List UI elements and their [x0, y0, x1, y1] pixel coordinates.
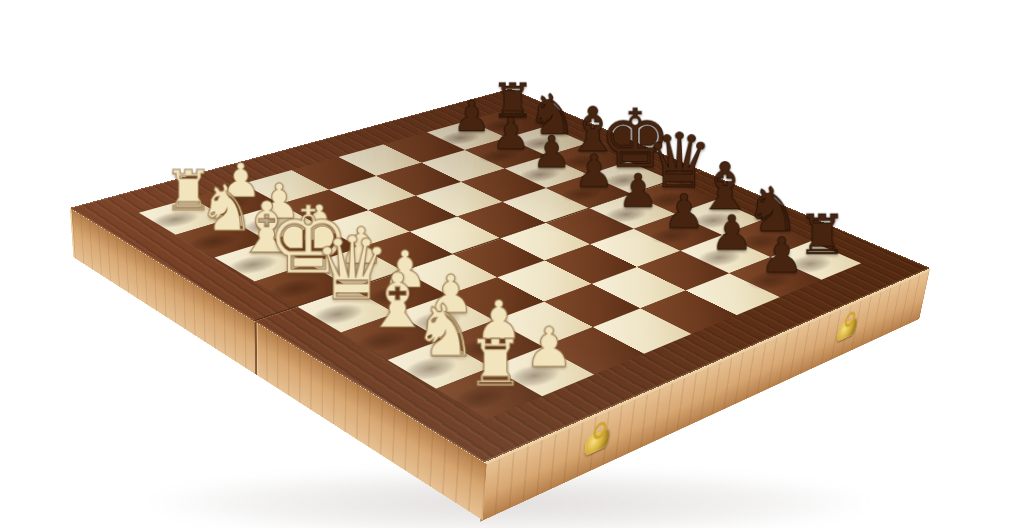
folding-chess-board: ♜♟♟♜♞♟♟♞♝♟♟♝♚♟♟♚♛♟♟♛♝♟♟♝♞♟♟♞♜♟♟♜: [70, 89, 931, 463]
black-pawn[interactable]: ♟: [749, 228, 815, 279]
product-photo-stage: ♜♟♟♜♞♟♟♞♝♟♟♝♚♟♟♚♛♟♟♛♝♟♟♝♞♟♟♞♜♟♟♜: [0, 0, 1024, 528]
white-rook[interactable]: ♜: [458, 328, 533, 396]
board-top-surface: ♜♟♟♜♞♟♟♞♝♟♟♝♚♟♟♚♛♟♟♛♝♟♟♝♞♟♟♞♜♟♟♜: [70, 89, 931, 463]
brass-latch: [836, 317, 858, 343]
brass-latch: [584, 427, 611, 457]
chessboard-scene: ♜♟♟♜♞♟♟♞♝♟♟♝♚♟♟♚♛♟♟♛♝♟♟♝♞♟♟♞♜♟♟♜: [174, 0, 825, 528]
square-a1[interactable]: ♜: [436, 367, 542, 419]
